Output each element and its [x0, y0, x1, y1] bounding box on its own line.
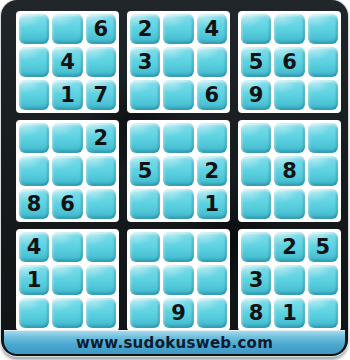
cell-r8c8[interactable] — [274, 265, 304, 295]
cell-r5c7[interactable] — [241, 156, 271, 186]
cell-r3c6[interactable]: 6 — [197, 80, 227, 110]
sudoku-box-7: 41 — [16, 229, 119, 331]
cell-r1c2[interactable] — [52, 14, 82, 44]
cell-r8c9[interactable] — [308, 265, 338, 295]
cell-r8c4[interactable] — [130, 265, 160, 295]
sudoku-board: 64172436569286521841925381 — [16, 11, 341, 331]
cell-r4c2[interactable] — [52, 123, 82, 153]
cell-r3c7[interactable]: 9 — [241, 80, 271, 110]
cell-r8c7[interactable]: 3 — [241, 265, 271, 295]
cell-r5c3[interactable] — [86, 156, 116, 186]
cell-r8c6[interactable] — [197, 265, 227, 295]
cell-r6c2[interactable]: 6 — [52, 189, 82, 219]
cell-r7c2[interactable] — [52, 232, 82, 262]
cell-r3c5[interactable] — [163, 80, 193, 110]
cell-r5c4[interactable]: 5 — [130, 156, 160, 186]
cell-r6c4[interactable] — [130, 189, 160, 219]
cell-r2c1[interactable] — [19, 47, 49, 77]
cell-r7c9[interactable]: 5 — [308, 232, 338, 262]
cell-r3c2[interactable]: 1 — [52, 80, 82, 110]
sudoku-box-5: 521 — [127, 120, 230, 222]
cell-r2c7[interactable]: 5 — [241, 47, 271, 77]
cell-r9c3[interactable] — [86, 298, 116, 328]
cell-r1c9[interactable] — [308, 14, 338, 44]
cell-r2c3[interactable] — [86, 47, 116, 77]
cell-r2c5[interactable] — [163, 47, 193, 77]
cell-r9c6[interactable] — [197, 298, 227, 328]
sudoku-box-3: 569 — [238, 11, 341, 113]
cell-r8c1[interactable]: 1 — [19, 265, 49, 295]
cell-r6c9[interactable] — [308, 189, 338, 219]
cell-r5c5[interactable] — [163, 156, 193, 186]
cell-r1c7[interactable] — [241, 14, 271, 44]
cell-r9c5[interactable]: 9 — [163, 298, 193, 328]
cell-r9c2[interactable] — [52, 298, 82, 328]
cell-r7c1[interactable]: 4 — [19, 232, 49, 262]
cell-r1c5[interactable] — [163, 14, 193, 44]
cell-r1c4[interactable]: 2 — [130, 14, 160, 44]
cell-r3c4[interactable] — [130, 80, 160, 110]
cell-r1c1[interactable] — [19, 14, 49, 44]
site-url: www.sudokusweb.com — [76, 334, 273, 352]
cell-r2c8[interactable]: 6 — [274, 47, 304, 77]
footer-bar: www.sudokusweb.com — [4, 330, 345, 354]
cell-r1c6[interactable]: 4 — [197, 14, 227, 44]
cell-r6c7[interactable] — [241, 189, 271, 219]
cell-r9c7[interactable]: 8 — [241, 298, 271, 328]
board-frame: 64172436569286521841925381 www.sudokuswe… — [1, 0, 348, 356]
cell-r8c3[interactable] — [86, 265, 116, 295]
cell-r8c5[interactable] — [163, 265, 193, 295]
cell-r3c3[interactable]: 7 — [86, 80, 116, 110]
cell-r2c4[interactable]: 3 — [130, 47, 160, 77]
cell-r8c2[interactable] — [52, 265, 82, 295]
cell-r7c7[interactable] — [241, 232, 271, 262]
sudoku-box-1: 6417 — [16, 11, 119, 113]
cell-r9c1[interactable] — [19, 298, 49, 328]
cell-r4c8[interactable] — [274, 123, 304, 153]
cell-r6c3[interactable] — [86, 189, 116, 219]
cell-r2c6[interactable] — [197, 47, 227, 77]
cell-r5c6[interactable]: 2 — [197, 156, 227, 186]
cell-r1c3[interactable]: 6 — [86, 14, 116, 44]
cell-r3c9[interactable] — [308, 80, 338, 110]
cell-r7c3[interactable] — [86, 232, 116, 262]
cell-r2c9[interactable] — [308, 47, 338, 77]
cell-r9c8[interactable]: 1 — [274, 298, 304, 328]
cell-r2c2[interactable]: 4 — [52, 47, 82, 77]
cell-r5c8[interactable]: 8 — [274, 156, 304, 186]
sudoku-box-9: 25381 — [238, 229, 341, 331]
sudoku-box-6: 8 — [238, 120, 341, 222]
cell-r6c5[interactable] — [163, 189, 193, 219]
cell-r3c8[interactable] — [274, 80, 304, 110]
cell-r7c4[interactable] — [130, 232, 160, 262]
cell-r6c1[interactable]: 8 — [19, 189, 49, 219]
sudoku-box-2: 2436 — [127, 11, 230, 113]
cell-r4c6[interactable] — [197, 123, 227, 153]
cell-r9c9[interactable] — [308, 298, 338, 328]
cell-r4c5[interactable] — [163, 123, 193, 153]
cell-r6c6[interactable]: 1 — [197, 189, 227, 219]
sudoku-box-8: 9 — [127, 229, 230, 331]
cell-r4c4[interactable] — [130, 123, 160, 153]
cell-r5c2[interactable] — [52, 156, 82, 186]
cell-r6c8[interactable] — [274, 189, 304, 219]
sudoku-box-4: 286 — [16, 120, 119, 222]
cell-r7c5[interactable] — [163, 232, 193, 262]
cell-r1c8[interactable] — [274, 14, 304, 44]
cell-r4c7[interactable] — [241, 123, 271, 153]
cell-r5c1[interactable] — [19, 156, 49, 186]
cell-r4c9[interactable] — [308, 123, 338, 153]
cell-r4c1[interactable] — [19, 123, 49, 153]
cell-r3c1[interactable] — [19, 80, 49, 110]
cell-r7c8[interactable]: 2 — [274, 232, 304, 262]
cell-r7c6[interactable] — [197, 232, 227, 262]
cell-r4c3[interactable]: 2 — [86, 123, 116, 153]
cell-r5c9[interactable] — [308, 156, 338, 186]
cell-r9c4[interactable] — [130, 298, 160, 328]
